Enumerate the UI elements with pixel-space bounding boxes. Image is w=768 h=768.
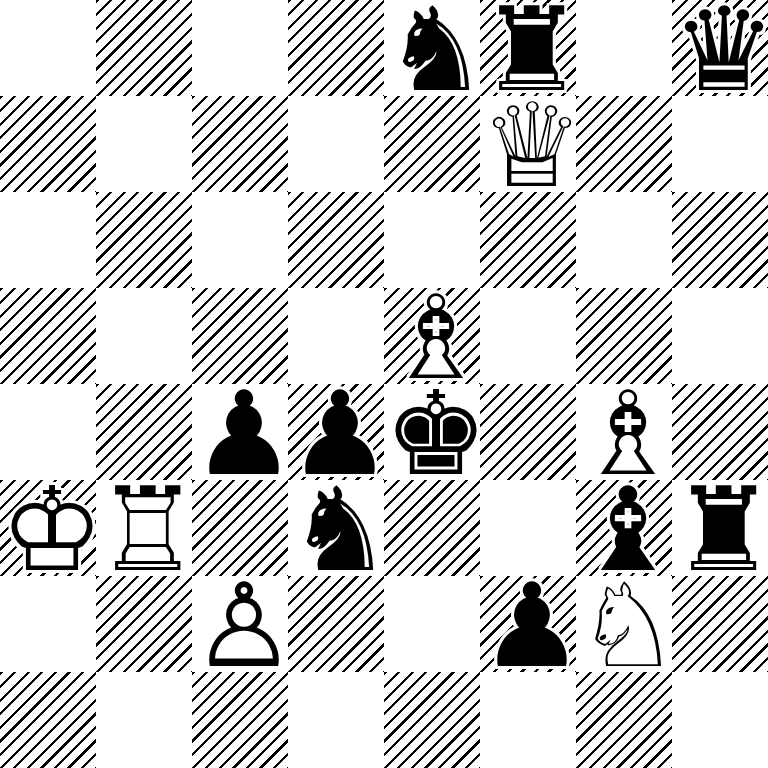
square-h8[interactable]: ♛♛ [672,0,768,96]
square-g7[interactable] [576,96,672,192]
square-b4[interactable] [96,384,192,480]
square-h1[interactable] [672,672,768,768]
square-g2[interactable]: ♞♘ [576,576,672,672]
square-c3[interactable] [192,480,288,576]
piece-glyph: ♝ [576,480,672,576]
piece-glyph: ♗ [576,384,672,480]
square-b6[interactable] [96,192,192,288]
piece-halo: ♚ [384,384,480,480]
square-g1[interactable] [576,672,672,768]
square-b7[interactable] [96,96,192,192]
square-e6[interactable] [384,192,480,288]
square-f6[interactable] [480,192,576,288]
piece-halo: ♝ [384,288,480,384]
piece-glyph: ♙ [192,576,288,672]
piece-white-bishop: ♝♗ [384,288,480,384]
piece-halo: ♜ [672,480,768,576]
square-c2[interactable]: ♟♙ [192,576,288,672]
square-d4[interactable]: ♟♟ [288,384,384,480]
piece-black-rook: ♜♜ [480,0,576,96]
square-f5[interactable] [480,288,576,384]
piece-white-bishop: ♝♗ [576,384,672,480]
square-f1[interactable] [480,672,576,768]
square-c1[interactable] [192,672,288,768]
square-d6[interactable] [288,192,384,288]
square-a5[interactable] [0,288,96,384]
piece-glyph: ♘ [576,576,672,672]
piece-black-knight: ♞♞ [288,480,384,576]
square-f2[interactable]: ♟♟ [480,576,576,672]
piece-black-pawn: ♟♟ [480,576,576,672]
square-b5[interactable] [96,288,192,384]
chess-board: ♞♞♜♜♛♛♛♕♝♗♟♟♟♟♚♚♝♗♚♔♜♖♞♞♝♝♜♜♟♙♟♟♞♘ [0,0,768,768]
square-f7[interactable]: ♛♕ [480,96,576,192]
square-g4[interactable]: ♝♗ [576,384,672,480]
square-e8[interactable]: ♞♞ [384,0,480,96]
square-c7[interactable] [192,96,288,192]
square-a1[interactable] [0,672,96,768]
piece-black-bishop: ♝♝ [576,480,672,576]
square-b1[interactable] [96,672,192,768]
square-f8[interactable]: ♜♜ [480,0,576,96]
square-d5[interactable] [288,288,384,384]
piece-glyph: ♟ [288,384,384,480]
square-h2[interactable] [672,576,768,672]
square-d8[interactable] [288,0,384,96]
piece-glyph: ♞ [288,480,384,576]
square-a3[interactable]: ♚♔ [0,480,96,576]
piece-black-queen: ♛♛ [672,0,768,96]
piece-black-king: ♚♚ [384,384,480,480]
square-f4[interactable] [480,384,576,480]
square-c8[interactable] [192,0,288,96]
square-g3[interactable]: ♝♝ [576,480,672,576]
square-d2[interactable] [288,576,384,672]
square-e4[interactable]: ♚♚ [384,384,480,480]
piece-white-rook: ♜♖ [96,480,192,576]
piece-glyph: ♜ [480,0,576,96]
square-a8[interactable] [0,0,96,96]
piece-halo: ♞ [384,0,480,96]
square-c6[interactable] [192,192,288,288]
piece-halo: ♟ [288,384,384,480]
piece-glyph: ♟ [480,576,576,672]
square-h5[interactable] [672,288,768,384]
piece-white-pawn: ♟♙ [192,576,288,672]
piece-glyph: ♛ [672,0,768,96]
piece-halo: ♛ [480,96,576,192]
piece-white-queen: ♛♕ [480,96,576,192]
piece-glyph: ♜ [672,480,768,576]
square-d7[interactable] [288,96,384,192]
square-b2[interactable] [96,576,192,672]
square-c4[interactable]: ♟♟ [192,384,288,480]
piece-black-pawn: ♟♟ [288,384,384,480]
square-a2[interactable] [0,576,96,672]
piece-glyph: ♟ [192,384,288,480]
square-c5[interactable] [192,288,288,384]
piece-halo: ♟ [192,384,288,480]
square-g5[interactable] [576,288,672,384]
square-h6[interactable] [672,192,768,288]
square-d1[interactable] [288,672,384,768]
piece-glyph: ♖ [96,480,192,576]
square-e1[interactable] [384,672,480,768]
square-g6[interactable] [576,192,672,288]
piece-glyph: ♚ [384,384,480,480]
square-b8[interactable] [96,0,192,96]
piece-halo: ♞ [288,480,384,576]
piece-black-knight: ♞♞ [384,0,480,96]
square-h7[interactable] [672,96,768,192]
square-a4[interactable] [0,384,96,480]
piece-halo: ♟ [192,576,288,672]
piece-halo: ♜ [480,0,576,96]
piece-black-rook: ♜♜ [672,480,768,576]
piece-glyph: ♞ [384,0,480,96]
square-e2[interactable] [384,576,480,672]
square-g8[interactable] [576,0,672,96]
square-b3[interactable]: ♜♖ [96,480,192,576]
piece-glyph: ♕ [480,96,576,192]
square-f3[interactable] [480,480,576,576]
square-a6[interactable] [0,192,96,288]
piece-white-king: ♚♔ [0,480,96,576]
square-h4[interactable] [672,384,768,480]
square-e5[interactable]: ♝♗ [384,288,480,384]
piece-black-pawn: ♟♟ [192,384,288,480]
piece-halo: ♛ [672,0,768,96]
piece-halo: ♞ [576,576,672,672]
piece-halo: ♜ [96,480,192,576]
square-e3[interactable] [384,480,480,576]
square-h3[interactable]: ♜♜ [672,480,768,576]
square-a7[interactable] [0,96,96,192]
piece-white-knight: ♞♘ [576,576,672,672]
square-e7[interactable] [384,96,480,192]
piece-glyph: ♔ [0,480,96,576]
piece-halo: ♝ [576,480,672,576]
square-d3[interactable]: ♞♞ [288,480,384,576]
piece-halo: ♟ [480,576,576,672]
piece-glyph: ♗ [384,288,480,384]
piece-halo: ♝ [576,384,672,480]
piece-halo: ♚ [0,480,96,576]
